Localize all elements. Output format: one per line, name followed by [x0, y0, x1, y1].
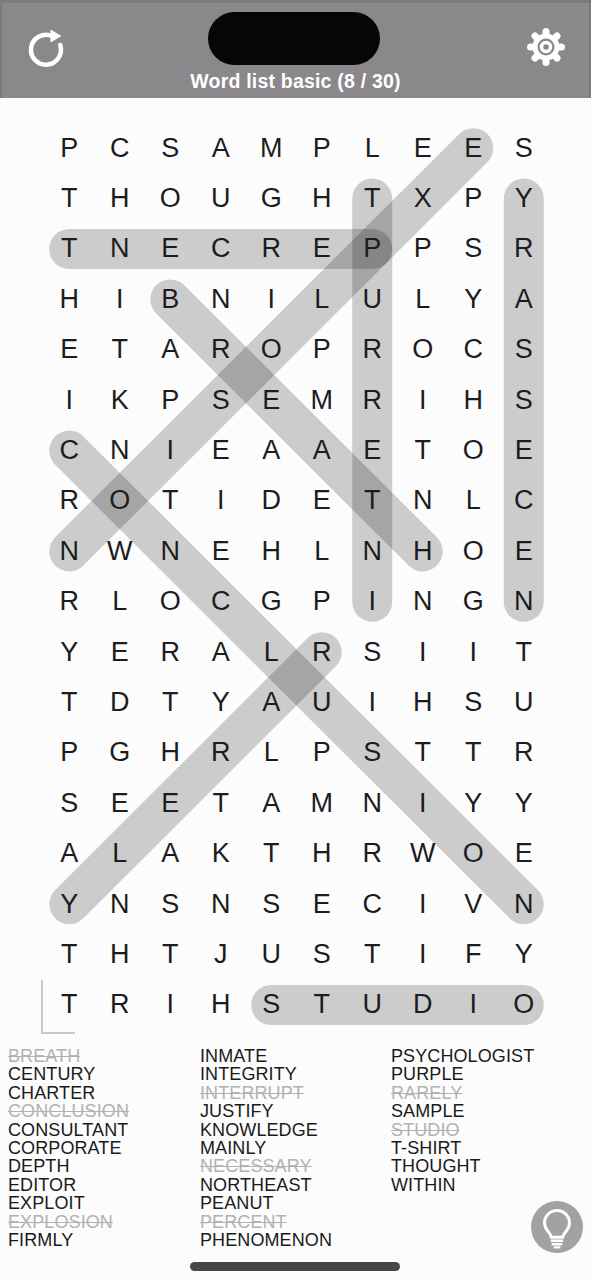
word-list-item-century: CENTURY	[8, 1065, 129, 1083]
grid-cell-r18c7[interactable]: U	[347, 980, 398, 1030]
grid-cell-r5c8[interactable]: O	[398, 325, 449, 375]
grid-cell-r1c3[interactable]: S	[145, 123, 196, 173]
grid-cell-r6c9[interactable]: H	[448, 375, 499, 425]
grid-cell-r12c8[interactable]: H	[398, 677, 449, 727]
grid-cell-r13c6[interactable]: P	[297, 728, 348, 778]
word-list-item-exploit: EXPLOIT	[8, 1194, 129, 1212]
grid-cell-r16c3[interactable]: S	[145, 879, 196, 929]
grid-cell-r12c4[interactable]: Y	[196, 677, 247, 727]
word-list-item-depth: DEPTH	[8, 1157, 129, 1175]
word-list-item-consultant: CONSULTANT	[8, 1121, 129, 1139]
grid-cell-r16c1[interactable]: Y	[44, 879, 95, 929]
grid-cell-r10c1[interactable]: R	[44, 577, 95, 627]
grid-cell-r1c2[interactable]: C	[95, 123, 146, 173]
grid-cell-r9c7[interactable]: N	[347, 526, 398, 576]
grid-cell-r4c8[interactable]: L	[398, 274, 449, 324]
grid-cell-r2c5[interactable]: G	[246, 173, 297, 223]
word-list-item-conclusion: CONCLUSION	[8, 1102, 129, 1120]
grid-cell-r11c1[interactable]: Y	[44, 627, 95, 677]
grid-cell-r12c7[interactable]: I	[347, 677, 398, 727]
grid-cell-r3c3[interactable]: E	[145, 224, 196, 274]
grid-cell-r14c3[interactable]: E	[145, 778, 196, 828]
grid-cell-r6c10[interactable]: S	[499, 375, 550, 425]
grid-cell-r16c8[interactable]: I	[398, 879, 449, 929]
word-list-item-mainly: MAINLY	[200, 1139, 332, 1157]
grid-cell-r9c5[interactable]: H	[246, 526, 297, 576]
grid-cell-r17c3[interactable]: T	[145, 929, 196, 979]
grid-cell-r9c8[interactable]: H	[398, 526, 449, 576]
grid-cell-r2c9[interactable]: P	[448, 173, 499, 223]
grid-cell-r18c6[interactable]: T	[297, 980, 348, 1030]
grid-cell-r6c5[interactable]: E	[246, 375, 297, 425]
grid-cell-r7c2[interactable]: N	[95, 425, 146, 475]
word-list-item-percent: PERCENT	[200, 1213, 332, 1231]
grid-cell-r18c2[interactable]: R	[95, 980, 146, 1030]
grid-cell-r15c8[interactable]: W	[398, 828, 449, 878]
grid-cell-r4c2[interactable]: I	[95, 274, 146, 324]
grid-cell-r10c8[interactable]: N	[398, 577, 449, 627]
grid-cell-r17c9[interactable]: F	[448, 929, 499, 979]
grid-cell-r12c1[interactable]: T	[44, 677, 95, 727]
grid-cell-r5c2[interactable]: T	[95, 325, 146, 375]
grid-cell-r14c10[interactable]: Y	[499, 778, 550, 828]
grid-cell-r10c3[interactable]: O	[145, 577, 196, 627]
grid-cell-r8c5[interactable]: D	[246, 476, 297, 526]
grid-cell-r11c7[interactable]: S	[347, 627, 398, 677]
grid-cell-r12c9[interactable]: S	[448, 677, 499, 727]
grid-cell-r11c10[interactable]: T	[499, 627, 550, 677]
grid-cell-r1c4[interactable]: A	[196, 123, 247, 173]
grid-cell-r15c10[interactable]: E	[499, 828, 550, 878]
grid-cell-r8c7[interactable]: T	[347, 476, 398, 526]
grid-cell-r14c9[interactable]: Y	[448, 778, 499, 828]
grid-cell-r14c6[interactable]: M	[297, 778, 348, 828]
grid-cell-r17c6[interactable]: S	[297, 929, 348, 979]
grid-cell-r10c2[interactable]: L	[95, 577, 146, 627]
word-list-item-northeast: NORTHEAST	[200, 1176, 332, 1194]
grid-cell-r12c6[interactable]: U	[297, 677, 348, 727]
grid-cell-r6c6[interactable]: M	[297, 375, 348, 425]
grid-cell-r12c3[interactable]: T	[145, 677, 196, 727]
grid-cell-r15c9[interactable]: O	[448, 828, 499, 878]
grid-cell-r18c8[interactable]: D	[398, 980, 449, 1030]
grid-cell-r4c10[interactable]: A	[499, 274, 550, 324]
grid-cell-r16c4[interactable]: N	[196, 879, 247, 929]
grid-cell-r5c10[interactable]: S	[499, 325, 550, 375]
grid-cell-r5c9[interactable]: C	[448, 325, 499, 375]
grid-cell-r13c4[interactable]: R	[196, 728, 247, 778]
grid-cell-r18c3[interactable]: I	[145, 980, 196, 1030]
grid-cell-r1c1[interactable]: P	[44, 123, 95, 173]
word-list-item-peanut: PEANUT	[200, 1194, 332, 1212]
grid-cell-r4c1[interactable]: H	[44, 274, 95, 324]
grid-cell-r15c3[interactable]: A	[145, 828, 196, 878]
grid-cell-r3c4[interactable]: C	[196, 224, 247, 274]
grid-cell-r6c7[interactable]: R	[347, 375, 398, 425]
grid-cell-r15c6[interactable]: H	[297, 828, 348, 878]
word-list-item-phenomenon: PHENOMENON	[200, 1231, 332, 1249]
grid-cell-r5c7[interactable]: R	[347, 325, 398, 375]
word-list-progress-title: Word list basic (8 / 30)	[0, 70, 591, 93]
grid-cell-r17c8[interactable]: I	[398, 929, 449, 979]
grid-cell-r17c1[interactable]: T	[44, 929, 95, 979]
grid-cell-r12c2[interactable]: D	[95, 677, 146, 727]
grid-cell-r13c2[interactable]: G	[95, 728, 146, 778]
grid-cell-r9c6[interactable]: L	[297, 526, 348, 576]
grid-cell-r13c7[interactable]: S	[347, 728, 398, 778]
grid-cell-r14c7[interactable]: N	[347, 778, 398, 828]
word-list-item-firmly: FIRMLY	[8, 1231, 129, 1249]
grid-cell-r5c1[interactable]: E	[44, 325, 95, 375]
grid-cell-r16c2[interactable]: N	[95, 879, 146, 929]
grid-cell-r13c8[interactable]: T	[398, 728, 449, 778]
grid-cell-r11c4[interactable]: A	[196, 627, 247, 677]
grid-cell-r7c6[interactable]: A	[297, 425, 348, 475]
grid-cell-r14c8[interactable]: I	[398, 778, 449, 828]
grid-cell-r3c8[interactable]: P	[398, 224, 449, 274]
grid-cell-r2c4[interactable]: U	[196, 173, 247, 223]
word-list-item-interrupt: INTERRUPT	[200, 1084, 332, 1102]
grid-cell-r10c7[interactable]: I	[347, 577, 398, 627]
grid-cell-r3c5[interactable]: R	[246, 224, 297, 274]
grid-cell-r4c3[interactable]: B	[145, 274, 196, 324]
grid-cell-r16c9[interactable]: V	[448, 879, 499, 929]
word-search-screen: Word list basic (8 / 30) PCSAMPLEESTHOUG…	[0, 0, 591, 1280]
grid-cell-r8c10[interactable]: C	[499, 476, 550, 526]
grid-cell-r5c5[interactable]: O	[246, 325, 297, 375]
grid-cell-r15c2[interactable]: L	[95, 828, 146, 878]
word-list-column-2: INMATEINTEGRITYINTERRUPTJUSTIFYKNOWLEDGE…	[200, 1047, 332, 1249]
grid-cell-r15c4[interactable]: K	[196, 828, 247, 878]
grid-cell-r10c5[interactable]: G	[246, 577, 297, 627]
grid-cell-r2c6[interactable]: H	[297, 173, 348, 223]
grid-cell-r13c3[interactable]: H	[145, 728, 196, 778]
word-list-item-psychologist: PSYCHOLOGIST	[391, 1047, 534, 1065]
letter-grid: PCSAMPLEESTHOUGHTXPYTNECREPPSRHIBNILULYA…	[44, 123, 549, 1030]
grid-cell-r17c4[interactable]: J	[196, 929, 247, 979]
grid-cell-r4c4[interactable]: N	[196, 274, 247, 324]
grid-cell-r2c1[interactable]: T	[44, 173, 95, 223]
refresh-button[interactable]	[18, 20, 74, 76]
grid-cell-r10c9[interactable]: G	[448, 577, 499, 627]
grid-cell-r18c9[interactable]: I	[448, 980, 499, 1030]
word-list-item-breath: BREATH	[8, 1047, 129, 1065]
home-indicator[interactable]	[190, 1262, 400, 1271]
grid-cell-r7c5[interactable]: A	[246, 425, 297, 475]
grid-cell-r11c6[interactable]: R	[297, 627, 348, 677]
grid-cell-r7c3[interactable]: I	[145, 425, 196, 475]
gear-icon	[521, 22, 571, 72]
grid-cell-r13c5[interactable]: L	[246, 728, 297, 778]
grid-cell-r9c2[interactable]: W	[95, 526, 146, 576]
grid-cell-r15c1[interactable]: A	[44, 828, 95, 878]
grid-cell-r13c1[interactable]: P	[44, 728, 95, 778]
grid-cell-r1c7[interactable]: L	[347, 123, 398, 173]
grid-cell-r8c8[interactable]: N	[398, 476, 449, 526]
grid-cell-r2c7[interactable]: T	[347, 173, 398, 223]
grid-cell-r1c10[interactable]: S	[499, 123, 550, 173]
grid-cell-r14c4[interactable]: T	[196, 778, 247, 828]
grid-cell-r17c2[interactable]: H	[95, 929, 146, 979]
grid-cell-r17c10[interactable]: Y	[499, 929, 550, 979]
grid-cell-r12c10[interactable]: U	[499, 677, 550, 727]
grid-cell-r9c4[interactable]: E	[196, 526, 247, 576]
grid-cell-r7c10[interactable]: E	[499, 425, 550, 475]
grid-cell-r3c9[interactable]: S	[448, 224, 499, 274]
grid-cell-r3c2[interactable]: N	[95, 224, 146, 274]
word-list-item-inmate: INMATE	[200, 1047, 332, 1065]
word-list-item-rarely: RARELY	[391, 1084, 534, 1102]
grid-cell-r10c4[interactable]: C	[196, 577, 247, 627]
word-list-item-integrity: INTEGRITY	[200, 1065, 332, 1083]
grid-cell-r8c3[interactable]: T	[145, 476, 196, 526]
settings-button[interactable]	[518, 19, 574, 75]
grid-cell-r13c10[interactable]: R	[499, 728, 550, 778]
grid-cell-r6c3[interactable]: P	[145, 375, 196, 425]
grid-cell-r14c2[interactable]: E	[95, 778, 146, 828]
grid-cell-r7c8[interactable]: T	[398, 425, 449, 475]
word-list-item-necessary: NECESSARY	[200, 1157, 332, 1175]
grid-cell-r4c7[interactable]: U	[347, 274, 398, 324]
grid-cell-r8c6[interactable]: E	[297, 476, 348, 526]
grid-cell-r17c7[interactable]: T	[347, 929, 398, 979]
grid-cell-r9c10[interactable]: E	[499, 526, 550, 576]
grid-cell-r17c5[interactable]: U	[246, 929, 297, 979]
hint-button[interactable]	[531, 1201, 583, 1253]
refresh-icon	[22, 24, 70, 72]
word-list-item-knowledge: KNOWLEDGE	[200, 1121, 332, 1139]
grid-cell-r16c6[interactable]: E	[297, 879, 348, 929]
word-list-item-studio: STUDIO	[391, 1121, 534, 1139]
word-list-item-charter: CHARTER	[8, 1084, 129, 1102]
grid-cell-r11c8[interactable]: I	[398, 627, 449, 677]
word-list-item-editor: EDITOR	[8, 1176, 129, 1194]
grid-cell-r2c3[interactable]: O	[145, 173, 196, 223]
grid-cell-r4c5[interactable]: I	[246, 274, 297, 324]
grid-cell-r6c2[interactable]: K	[95, 375, 146, 425]
grid-cell-r9c1[interactable]: N	[44, 526, 95, 576]
grid-cell-r11c9[interactable]: I	[448, 627, 499, 677]
grid-cell-r15c5[interactable]: T	[246, 828, 297, 878]
word-list-item-justify: JUSTIFY	[200, 1102, 332, 1120]
grid-cell-r14c1[interactable]: S	[44, 778, 95, 828]
grid-cell-r1c9[interactable]: E	[448, 123, 499, 173]
grid-cell-r7c1[interactable]: C	[44, 425, 95, 475]
grid-cell-r8c2[interactable]: O	[95, 476, 146, 526]
grid-cell-r7c9[interactable]: O	[448, 425, 499, 475]
grid-cell-r4c6[interactable]: L	[297, 274, 348, 324]
grid-cell-r10c6[interactable]: P	[297, 577, 348, 627]
word-list-item-thought: THOUGHT	[391, 1157, 534, 1175]
grid-cell-r9c3[interactable]: N	[145, 526, 196, 576]
word-list-item-corporate: CORPORATE	[8, 1139, 129, 1157]
dynamic-island	[208, 12, 380, 65]
selection-corner-bracket	[41, 980, 75, 1034]
grid-cell-r3c1[interactable]: T	[44, 224, 95, 274]
grid-cell-r6c8[interactable]: I	[398, 375, 449, 425]
grid-cell-r15c7[interactable]: R	[347, 828, 398, 878]
grid-cell-r3c10[interactable]: R	[499, 224, 550, 274]
grid-cell-r8c1[interactable]: R	[44, 476, 95, 526]
grid-cell-r11c2[interactable]: E	[95, 627, 146, 677]
word-list-item-purple: PURPLE	[391, 1065, 534, 1083]
grid-cell-r16c5[interactable]: S	[246, 879, 297, 929]
grid-cell-r18c4[interactable]: H	[196, 980, 247, 1030]
grid-cell-r13c9[interactable]: T	[448, 728, 499, 778]
grid-cell-r18c10[interactable]: O	[499, 980, 550, 1030]
header: Word list basic (8 / 30)	[0, 0, 591, 98]
grid-cell-r9c9[interactable]: O	[448, 526, 499, 576]
grid-cell-r6c4[interactable]: S	[196, 375, 247, 425]
grid-cell-r11c5[interactable]: L	[246, 627, 297, 677]
grid-cell-r2c2[interactable]: H	[95, 173, 146, 223]
grid-cell-r8c9[interactable]: L	[448, 476, 499, 526]
word-list-column-3: PSYCHOLOGISTPURPLERARELYSAMPLESTUDIOT-SH…	[391, 1047, 534, 1194]
word-list-item-within: WITHIN	[391, 1176, 534, 1194]
grid-cell-r5c3[interactable]: A	[145, 325, 196, 375]
grid-cell-r1c8[interactable]: E	[398, 123, 449, 173]
grid-cell-r5c4[interactable]: R	[196, 325, 247, 375]
word-list: BREATHCENTURYCHARTERCONCLUSIONCONSULTANT…	[0, 1047, 591, 1255]
grid-cell-r1c5[interactable]: M	[246, 123, 297, 173]
word-list-column-1: BREATHCENTURYCHARTERCONCLUSIONCONSULTANT…	[8, 1047, 129, 1249]
grid-cell-r14c5[interactable]: A	[246, 778, 297, 828]
word-list-item-t-shirt: T-SHIRT	[391, 1139, 534, 1157]
grid-cell-r16c7[interactable]: C	[347, 879, 398, 929]
grid-cell-r1c6[interactable]: P	[297, 123, 348, 173]
puzzle-board: PCSAMPLEESTHOUGHTXPYTNECREPPSRHIBNILULYA…	[44, 123, 549, 1031]
grid-cell-r4c9[interactable]: Y	[448, 274, 499, 324]
word-list-item-explosion: EXPLOSION	[8, 1213, 129, 1231]
grid-cell-r12c5[interactable]: A	[246, 677, 297, 727]
grid-cell-r18c5[interactable]: S	[246, 980, 297, 1030]
word-list-item-sample: SAMPLE	[391, 1102, 534, 1120]
grid-cell-r11c3[interactable]: R	[145, 627, 196, 677]
grid-cell-r7c7[interactable]: E	[347, 425, 398, 475]
grid-cell-r7c4[interactable]: E	[196, 425, 247, 475]
grid-cell-r3c7[interactable]: P	[347, 224, 398, 274]
grid-cell-r5c6[interactable]: P	[297, 325, 348, 375]
grid-cell-r6c1[interactable]: I	[44, 375, 95, 425]
grid-cell-r16c10[interactable]: N	[499, 879, 550, 929]
grid-cell-r2c10[interactable]: Y	[499, 173, 550, 223]
grid-cell-r10c10[interactable]: N	[499, 577, 550, 627]
grid-cell-r2c8[interactable]: X	[398, 173, 449, 223]
grid-cell-r3c6[interactable]: E	[297, 224, 348, 274]
lightbulb-icon	[531, 1201, 583, 1253]
grid-cell-r8c4[interactable]: I	[196, 476, 247, 526]
